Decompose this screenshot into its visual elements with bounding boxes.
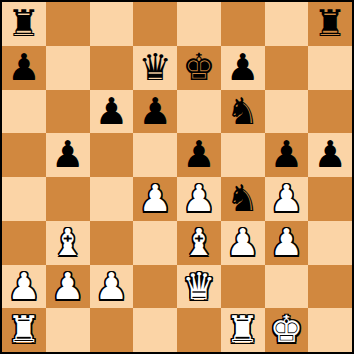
square-a1[interactable]: ♜ — [2, 308, 46, 352]
square-d5[interactable] — [133, 133, 177, 177]
square-b6[interactable] — [46, 90, 90, 134]
black-knight: ♞ — [221, 90, 265, 134]
square-h3[interactable] — [308, 221, 352, 265]
square-a3[interactable] — [2, 221, 46, 265]
square-e8[interactable] — [177, 2, 221, 46]
square-h6[interactable] — [308, 90, 352, 134]
square-g6[interactable] — [265, 90, 309, 134]
black-pawn: ♟ — [265, 133, 309, 177]
white-pawn: ♟ — [2, 265, 46, 309]
square-d2[interactable] — [133, 265, 177, 309]
square-d3[interactable] — [133, 221, 177, 265]
square-c8[interactable] — [90, 2, 134, 46]
white-pawn: ♟ — [90, 265, 134, 309]
square-f4[interactable]: ♞ — [221, 177, 265, 221]
square-a6[interactable] — [2, 90, 46, 134]
white-queen: ♛ — [177, 265, 221, 309]
square-c3[interactable] — [90, 221, 134, 265]
square-f7[interactable]: ♟ — [221, 46, 265, 90]
white-rook: ♜ — [221, 308, 265, 352]
black-pawn: ♟ — [90, 90, 134, 134]
black-pawn: ♟ — [133, 90, 177, 134]
square-e7[interactable]: ♚ — [177, 46, 221, 90]
white-pawn: ♟ — [265, 221, 309, 265]
square-c4[interactable] — [90, 177, 134, 221]
square-f6[interactable]: ♞ — [221, 90, 265, 134]
square-f1[interactable]: ♜ — [221, 308, 265, 352]
square-b4[interactable] — [46, 177, 90, 221]
square-c2[interactable]: ♟ — [90, 265, 134, 309]
square-g1[interactable]: ♚ — [265, 308, 309, 352]
white-pawn: ♟ — [221, 221, 265, 265]
black-rook: ♜ — [2, 2, 46, 46]
white-bishop: ♝ — [177, 221, 221, 265]
black-pawn: ♟ — [46, 133, 90, 177]
square-e3[interactable]: ♝ — [177, 221, 221, 265]
square-f3[interactable]: ♟ — [221, 221, 265, 265]
black-knight: ♞ — [221, 177, 265, 221]
square-c6[interactable]: ♟ — [90, 90, 134, 134]
square-h5[interactable]: ♟ — [308, 133, 352, 177]
white-pawn: ♟ — [46, 265, 90, 309]
square-b2[interactable]: ♟ — [46, 265, 90, 309]
square-g3[interactable]: ♟ — [265, 221, 309, 265]
white-rook: ♜ — [2, 308, 46, 352]
square-g4[interactable]: ♟ — [265, 177, 309, 221]
square-c5[interactable] — [90, 133, 134, 177]
white-pawn: ♟ — [265, 177, 309, 221]
square-d4[interactable]: ♟ — [133, 177, 177, 221]
square-a2[interactable]: ♟ — [2, 265, 46, 309]
square-a8[interactable]: ♜ — [2, 2, 46, 46]
square-h8[interactable]: ♜ — [308, 2, 352, 46]
square-f2[interactable] — [221, 265, 265, 309]
white-pawn: ♟ — [133, 177, 177, 221]
square-e6[interactable] — [177, 90, 221, 134]
black-pawn: ♟ — [308, 133, 352, 177]
chess-board: ♜♜♟♛♚♟♟♟♞♟♟♟♟♟♟♞♟♝♝♟♟♟♟♟♛♜♜♚ — [2, 2, 352, 352]
white-king: ♚ — [265, 308, 309, 352]
square-d8[interactable] — [133, 2, 177, 46]
square-d7[interactable]: ♛ — [133, 46, 177, 90]
black-queen: ♛ — [133, 46, 177, 90]
square-e1[interactable] — [177, 308, 221, 352]
square-f8[interactable] — [221, 2, 265, 46]
square-d6[interactable]: ♟ — [133, 90, 177, 134]
square-e2[interactable]: ♛ — [177, 265, 221, 309]
black-pawn: ♟ — [2, 46, 46, 90]
square-b1[interactable] — [46, 308, 90, 352]
square-h1[interactable] — [308, 308, 352, 352]
square-b5[interactable]: ♟ — [46, 133, 90, 177]
square-b8[interactable] — [46, 2, 90, 46]
black-rook: ♜ — [308, 2, 352, 46]
square-a5[interactable] — [2, 133, 46, 177]
square-b7[interactable] — [46, 46, 90, 90]
square-h2[interactable] — [308, 265, 352, 309]
square-e4[interactable]: ♟ — [177, 177, 221, 221]
square-g5[interactable]: ♟ — [265, 133, 309, 177]
square-h7[interactable] — [308, 46, 352, 90]
square-b3[interactable]: ♝ — [46, 221, 90, 265]
square-a4[interactable] — [2, 177, 46, 221]
white-pawn: ♟ — [177, 177, 221, 221]
square-g2[interactable] — [265, 265, 309, 309]
chess-board-frame: ♜♜♟♛♚♟♟♟♞♟♟♟♟♟♟♞♟♝♝♟♟♟♟♟♛♜♜♚ — [0, 0, 354, 354]
square-g7[interactable] — [265, 46, 309, 90]
square-g8[interactable] — [265, 2, 309, 46]
square-h4[interactable] — [308, 177, 352, 221]
square-c7[interactable] — [90, 46, 134, 90]
white-bishop: ♝ — [46, 221, 90, 265]
black-pawn: ♟ — [221, 46, 265, 90]
square-f5[interactable] — [221, 133, 265, 177]
square-d1[interactable] — [133, 308, 177, 352]
black-king: ♚ — [177, 46, 221, 90]
square-a7[interactable]: ♟ — [2, 46, 46, 90]
black-pawn: ♟ — [177, 133, 221, 177]
square-c1[interactable] — [90, 308, 134, 352]
square-e5[interactable]: ♟ — [177, 133, 221, 177]
